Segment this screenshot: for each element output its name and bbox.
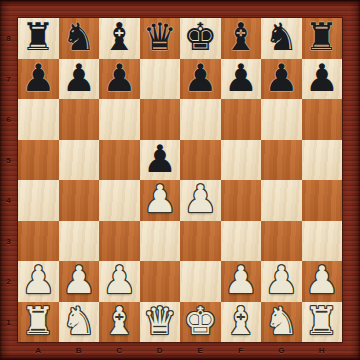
square-h5[interactable] bbox=[302, 140, 343, 181]
square-c7[interactable]: ♟ bbox=[99, 59, 140, 100]
square-h3[interactable] bbox=[302, 221, 343, 262]
rank-label-3: 3 bbox=[0, 236, 17, 245]
square-g2[interactable]: ♟ bbox=[261, 261, 302, 302]
piece-white-king[interactable]: ♚ bbox=[183, 302, 217, 342]
piece-black-rook[interactable]: ♜ bbox=[305, 18, 339, 58]
square-f4[interactable] bbox=[221, 180, 262, 221]
piece-black-pawn[interactable]: ♟ bbox=[102, 59, 136, 99]
piece-white-pawn[interactable]: ♟ bbox=[102, 261, 136, 301]
file-label-b: B bbox=[59, 342, 100, 360]
file-label-g: G bbox=[261, 342, 302, 360]
square-b5[interactable] bbox=[59, 140, 100, 181]
piece-white-pawn[interactable]: ♟ bbox=[143, 180, 177, 220]
square-d4[interactable]: ♟ bbox=[140, 180, 181, 221]
piece-black-bishop[interactable]: ♝ bbox=[224, 18, 258, 58]
piece-black-king[interactable]: ♚ bbox=[183, 18, 217, 58]
square-e2[interactable] bbox=[180, 261, 221, 302]
rank-label-1: 1 bbox=[0, 317, 17, 326]
square-b7[interactable]: ♟ bbox=[59, 59, 100, 100]
square-c3[interactable] bbox=[99, 221, 140, 262]
square-e8[interactable]: ♚ bbox=[180, 18, 221, 59]
square-a5[interactable] bbox=[18, 140, 59, 181]
rank-label-7: 7 bbox=[0, 74, 17, 83]
file-label-f: F bbox=[221, 342, 262, 360]
square-d8[interactable]: ♛ bbox=[140, 18, 181, 59]
square-b3[interactable] bbox=[59, 221, 100, 262]
square-c5[interactable] bbox=[99, 140, 140, 181]
piece-white-bishop[interactable]: ♝ bbox=[224, 302, 258, 342]
piece-black-pawn[interactable]: ♟ bbox=[264, 59, 298, 99]
square-a6[interactable] bbox=[18, 99, 59, 140]
square-c6[interactable] bbox=[99, 99, 140, 140]
square-c1[interactable]: ♝ bbox=[99, 302, 140, 343]
piece-white-rook[interactable]: ♜ bbox=[305, 302, 339, 342]
square-f7[interactable]: ♟ bbox=[221, 59, 262, 100]
square-d6[interactable] bbox=[140, 99, 181, 140]
square-a4[interactable] bbox=[18, 180, 59, 221]
square-e6[interactable] bbox=[180, 99, 221, 140]
square-e1[interactable]: ♚ bbox=[180, 302, 221, 343]
rank-label-2: 2 bbox=[0, 277, 17, 286]
square-a7[interactable]: ♟ bbox=[18, 59, 59, 100]
piece-black-knight[interactable]: ♞ bbox=[264, 18, 298, 58]
square-g8[interactable]: ♞ bbox=[261, 18, 302, 59]
square-f2[interactable]: ♟ bbox=[221, 261, 262, 302]
square-a1[interactable]: ♜ bbox=[18, 302, 59, 343]
square-d5[interactable]: ♟ bbox=[140, 140, 181, 181]
rank-label-8: 8 bbox=[0, 34, 17, 43]
chess-board: ♜♞♝♛♚♝♞♜♟♟♟♟♟♟♟♟♟♟♟♟♟♟♟♟♜♞♝♛♚♝♞♜ bbox=[18, 18, 342, 342]
piece-black-pawn[interactable]: ♟ bbox=[183, 59, 217, 99]
piece-white-knight[interactable]: ♞ bbox=[62, 302, 96, 342]
square-a8[interactable]: ♜ bbox=[18, 18, 59, 59]
square-g5[interactable] bbox=[261, 140, 302, 181]
square-c8[interactable]: ♝ bbox=[99, 18, 140, 59]
piece-white-pawn[interactable]: ♟ bbox=[62, 261, 96, 301]
square-e7[interactable]: ♟ bbox=[180, 59, 221, 100]
piece-black-pawn[interactable]: ♟ bbox=[62, 59, 96, 99]
piece-white-pawn[interactable]: ♟ bbox=[264, 261, 298, 301]
square-f8[interactable]: ♝ bbox=[221, 18, 262, 59]
square-f3[interactable] bbox=[221, 221, 262, 262]
chess-board-frame: ♜♞♝♛♚♝♞♜♟♟♟♟♟♟♟♟♟♟♟♟♟♟♟♟♜♞♝♛♚♝♞♜ 8765432… bbox=[0, 0, 360, 360]
square-e4[interactable]: ♟ bbox=[180, 180, 221, 221]
piece-black-pawn[interactable]: ♟ bbox=[21, 59, 55, 99]
piece-white-pawn[interactable]: ♟ bbox=[183, 180, 217, 220]
square-f1[interactable]: ♝ bbox=[221, 302, 262, 343]
square-e3[interactable] bbox=[180, 221, 221, 262]
piece-black-bishop[interactable]: ♝ bbox=[102, 18, 136, 58]
piece-black-rook[interactable]: ♜ bbox=[21, 18, 55, 58]
square-g3[interactable] bbox=[261, 221, 302, 262]
square-d2[interactable] bbox=[140, 261, 181, 302]
piece-black-queen[interactable]: ♛ bbox=[143, 18, 177, 58]
square-b8[interactable]: ♞ bbox=[59, 18, 100, 59]
file-label-d: D bbox=[140, 342, 181, 360]
square-c2[interactable]: ♟ bbox=[99, 261, 140, 302]
square-h2[interactable]: ♟ bbox=[302, 261, 343, 302]
square-h4[interactable] bbox=[302, 180, 343, 221]
piece-black-knight[interactable]: ♞ bbox=[62, 18, 96, 58]
square-g4[interactable] bbox=[261, 180, 302, 221]
square-b6[interactable] bbox=[59, 99, 100, 140]
piece-black-pawn[interactable]: ♟ bbox=[224, 59, 258, 99]
piece-white-bishop[interactable]: ♝ bbox=[102, 302, 136, 342]
square-h6[interactable] bbox=[302, 99, 343, 140]
piece-white-pawn[interactable]: ♟ bbox=[224, 261, 258, 301]
square-a3[interactable] bbox=[18, 221, 59, 262]
square-d3[interactable] bbox=[140, 221, 181, 262]
file-label-e: E bbox=[180, 342, 221, 360]
square-g7[interactable]: ♟ bbox=[261, 59, 302, 100]
square-a2[interactable]: ♟ bbox=[18, 261, 59, 302]
square-h8[interactable]: ♜ bbox=[302, 18, 343, 59]
square-b4[interactable] bbox=[59, 180, 100, 221]
square-d1[interactable]: ♛ bbox=[140, 302, 181, 343]
square-b2[interactable]: ♟ bbox=[59, 261, 100, 302]
piece-white-queen[interactable]: ♛ bbox=[143, 302, 177, 342]
square-b1[interactable]: ♞ bbox=[59, 302, 100, 343]
piece-white-knight[interactable]: ♞ bbox=[264, 302, 298, 342]
file-label-h: H bbox=[302, 342, 343, 360]
piece-black-pawn[interactable]: ♟ bbox=[143, 140, 177, 180]
piece-black-pawn[interactable]: ♟ bbox=[305, 59, 339, 99]
rank-label-6: 6 bbox=[0, 115, 17, 124]
rank-label-4: 4 bbox=[0, 196, 17, 205]
file-label-a: A bbox=[18, 342, 59, 360]
piece-white-rook[interactable]: ♜ bbox=[21, 302, 55, 342]
square-g1[interactable]: ♞ bbox=[261, 302, 302, 343]
square-e5[interactable] bbox=[180, 140, 221, 181]
square-d7[interactable] bbox=[140, 59, 181, 100]
file-label-c: C bbox=[99, 342, 140, 360]
square-f6[interactable] bbox=[221, 99, 262, 140]
square-c4[interactable] bbox=[99, 180, 140, 221]
square-f5[interactable] bbox=[221, 140, 262, 181]
square-g6[interactable] bbox=[261, 99, 302, 140]
piece-white-pawn[interactable]: ♟ bbox=[305, 261, 339, 301]
rank-label-5: 5 bbox=[0, 155, 17, 164]
piece-white-pawn[interactable]: ♟ bbox=[21, 261, 55, 301]
square-h7[interactable]: ♟ bbox=[302, 59, 343, 100]
square-h1[interactable]: ♜ bbox=[302, 302, 343, 343]
